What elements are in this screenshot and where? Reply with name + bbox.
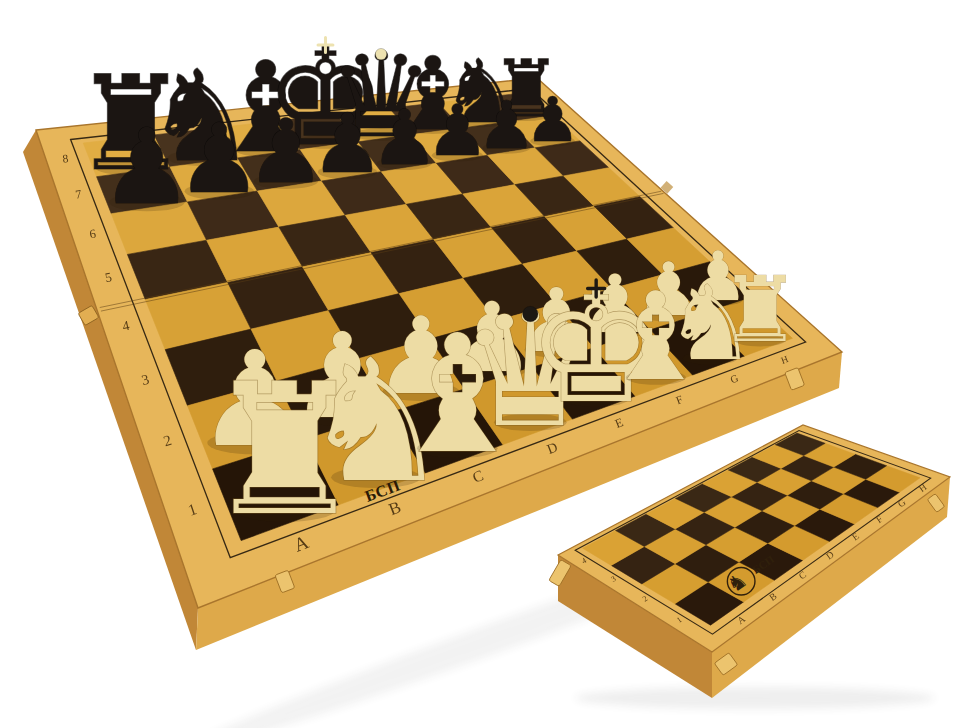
piece-white-rook-h1: ♜: [720, 257, 801, 362]
box-shadow: [575, 687, 935, 709]
piece-black-pawn-h7: ♟: [525, 84, 580, 156]
queen-ball-finial: [375, 48, 386, 59]
piece-glyph: ♟: [525, 84, 580, 156]
piece-glyph: ♜: [720, 257, 801, 362]
chess-set-photo-scene: ABCDEFGH12345678 БСП ABCDEFGH1234♞ БСП ♜…: [0, 0, 970, 728]
